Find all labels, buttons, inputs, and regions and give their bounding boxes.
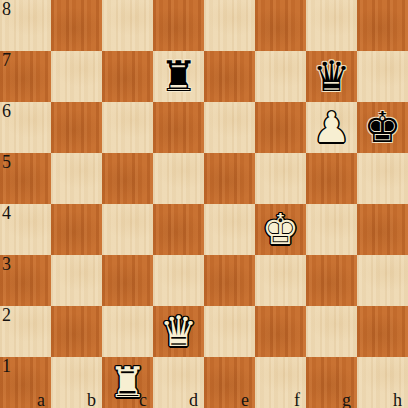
square-f3[interactable] [255, 255, 306, 306]
square-f8[interactable] [255, 0, 306, 51]
square-f1[interactable]: f [255, 357, 306, 408]
square-c7[interactable] [102, 51, 153, 102]
file-label-f: f [294, 391, 300, 408]
square-g3[interactable] [306, 255, 357, 306]
square-e4[interactable] [204, 204, 255, 255]
rank-label-1: 1 [2, 357, 11, 375]
square-e1[interactable]: e [204, 357, 255, 408]
black-king-h6[interactable]: ♚ [364, 102, 402, 153]
rank-label-3: 3 [2, 255, 11, 273]
square-g6[interactable]: ♟ [306, 102, 357, 153]
square-f5[interactable] [255, 153, 306, 204]
rank-label-7: 7 [2, 51, 11, 69]
file-label-a: a [37, 391, 45, 408]
square-e6[interactable] [204, 102, 255, 153]
file-label-g: g [342, 391, 351, 408]
square-f7[interactable] [255, 51, 306, 102]
square-d7[interactable]: ♜ [153, 51, 204, 102]
square-c6[interactable] [102, 102, 153, 153]
chess-board: 87♜♛6♟♚54♚32♛1abc♜defgh [0, 0, 408, 408]
black-queen-g7[interactable]: ♛ [313, 51, 351, 102]
square-b7[interactable] [51, 51, 102, 102]
square-h4[interactable] [357, 204, 408, 255]
rank-label-6: 6 [2, 102, 11, 120]
square-e3[interactable] [204, 255, 255, 306]
square-h6[interactable]: ♚ [357, 102, 408, 153]
square-e5[interactable] [204, 153, 255, 204]
square-e2[interactable] [204, 306, 255, 357]
white-queen-d2[interactable]: ♛ [160, 306, 198, 357]
square-d2[interactable]: ♛ [153, 306, 204, 357]
square-g1[interactable]: g [306, 357, 357, 408]
square-c8[interactable] [102, 0, 153, 51]
square-g8[interactable] [306, 0, 357, 51]
square-h8[interactable] [357, 0, 408, 51]
square-b2[interactable] [51, 306, 102, 357]
square-a2[interactable]: 2 [0, 306, 51, 357]
square-h1[interactable]: h [357, 357, 408, 408]
square-c4[interactable] [102, 204, 153, 255]
square-c3[interactable] [102, 255, 153, 306]
rank-label-4: 4 [2, 204, 11, 222]
rank-label-2: 2 [2, 306, 11, 324]
square-d3[interactable] [153, 255, 204, 306]
square-d6[interactable] [153, 102, 204, 153]
square-g2[interactable] [306, 306, 357, 357]
square-a8[interactable]: 8 [0, 0, 51, 51]
square-b6[interactable] [51, 102, 102, 153]
square-b5[interactable] [51, 153, 102, 204]
square-c1[interactable]: c♜ [102, 357, 153, 408]
square-e7[interactable] [204, 51, 255, 102]
square-f4[interactable]: ♚ [255, 204, 306, 255]
square-a3[interactable]: 3 [0, 255, 51, 306]
square-g7[interactable]: ♛ [306, 51, 357, 102]
white-pawn-g6[interactable]: ♟ [313, 102, 351, 153]
file-label-d: d [189, 391, 198, 408]
square-h5[interactable] [357, 153, 408, 204]
square-a7[interactable]: 7 [0, 51, 51, 102]
square-c5[interactable] [102, 153, 153, 204]
square-a5[interactable]: 5 [0, 153, 51, 204]
square-g4[interactable] [306, 204, 357, 255]
square-b8[interactable] [51, 0, 102, 51]
square-f6[interactable] [255, 102, 306, 153]
square-a6[interactable]: 6 [0, 102, 51, 153]
square-h3[interactable] [357, 255, 408, 306]
file-label-e: e [241, 391, 249, 408]
square-g5[interactable] [306, 153, 357, 204]
rank-label-5: 5 [2, 153, 11, 171]
white-rook-c1[interactable]: ♜ [109, 357, 147, 408]
black-rook-d7[interactable]: ♜ [160, 51, 198, 102]
file-label-b: b [87, 391, 96, 408]
file-label-h: h [393, 391, 402, 408]
square-a1[interactable]: 1a [0, 357, 51, 408]
square-a4[interactable]: 4 [0, 204, 51, 255]
square-b3[interactable] [51, 255, 102, 306]
square-c2[interactable] [102, 306, 153, 357]
square-h7[interactable] [357, 51, 408, 102]
square-d8[interactable] [153, 0, 204, 51]
square-e8[interactable] [204, 0, 255, 51]
rank-label-8: 8 [2, 0, 11, 18]
square-d4[interactable] [153, 204, 204, 255]
square-b1[interactable]: b [51, 357, 102, 408]
square-b4[interactable] [51, 204, 102, 255]
square-h2[interactable] [357, 306, 408, 357]
square-d5[interactable] [153, 153, 204, 204]
white-king-f4[interactable]: ♚ [262, 204, 300, 255]
square-f2[interactable] [255, 306, 306, 357]
square-d1[interactable]: d [153, 357, 204, 408]
